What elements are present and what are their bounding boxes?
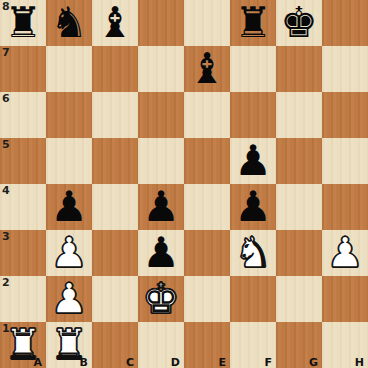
- black-king-g8[interactable]: ♚: [280, 0, 318, 46]
- square-a4[interactable]: 4: [0, 184, 46, 230]
- square-b1[interactable]: B♜: [46, 322, 92, 368]
- square-d1[interactable]: D: [138, 322, 184, 368]
- square-g5[interactable]: [276, 138, 322, 184]
- square-c1[interactable]: C: [92, 322, 138, 368]
- black-knight-b8[interactable]: ♞: [50, 0, 88, 46]
- square-e1[interactable]: E: [184, 322, 230, 368]
- square-d4[interactable]: ♟: [138, 184, 184, 230]
- square-e5[interactable]: [184, 138, 230, 184]
- square-c5[interactable]: [92, 138, 138, 184]
- square-e6[interactable]: [184, 92, 230, 138]
- square-f4[interactable]: ♟: [230, 184, 276, 230]
- square-a7[interactable]: 7: [0, 46, 46, 92]
- square-e8[interactable]: [184, 0, 230, 46]
- square-f3[interactable]: ♞: [230, 230, 276, 276]
- file-label-g: G: [309, 357, 318, 368]
- square-h3[interactable]: ♟: [322, 230, 368, 276]
- square-e2[interactable]: [184, 276, 230, 322]
- black-rook-f8[interactable]: ♜: [234, 0, 272, 46]
- square-a1[interactable]: 1A♜: [0, 322, 46, 368]
- black-pawn-f5[interactable]: ♟: [234, 138, 272, 184]
- black-pawn-b4[interactable]: ♟: [50, 184, 88, 230]
- square-g8[interactable]: ♚: [276, 0, 322, 46]
- black-bishop-e7[interactable]: ♝: [188, 46, 226, 92]
- square-a2[interactable]: 2: [0, 276, 46, 322]
- square-d8[interactable]: [138, 0, 184, 46]
- square-g7[interactable]: [276, 46, 322, 92]
- rank-label-8: 8: [2, 0, 10, 13]
- black-rook-a8[interactable]: ♜: [4, 0, 42, 46]
- square-f1[interactable]: F: [230, 322, 276, 368]
- square-d6[interactable]: [138, 92, 184, 138]
- file-label-f: F: [264, 357, 272, 368]
- rank-label-7: 7: [2, 46, 10, 59]
- rank-label-5: 5: [2, 138, 10, 151]
- rank-label-4: 4: [2, 184, 10, 197]
- square-f2[interactable]: [230, 276, 276, 322]
- square-e3[interactable]: [184, 230, 230, 276]
- square-h5[interactable]: [322, 138, 368, 184]
- file-label-a: A: [33, 357, 42, 368]
- square-h2[interactable]: [322, 276, 368, 322]
- rank-label-6: 6: [2, 92, 10, 105]
- square-c2[interactable]: [92, 276, 138, 322]
- square-f6[interactable]: [230, 92, 276, 138]
- square-d7[interactable]: [138, 46, 184, 92]
- rank-label-1: 1: [2, 322, 10, 335]
- rank-label-3: 3: [2, 230, 10, 243]
- square-b3[interactable]: ♟: [46, 230, 92, 276]
- square-h7[interactable]: [322, 46, 368, 92]
- square-a3[interactable]: 3: [0, 230, 46, 276]
- square-c3[interactable]: [92, 230, 138, 276]
- black-pawn-f4[interactable]: ♟: [234, 184, 272, 230]
- square-f8[interactable]: ♜: [230, 0, 276, 46]
- square-g6[interactable]: [276, 92, 322, 138]
- white-pawn-b3[interactable]: ♟: [50, 230, 88, 276]
- square-h6[interactable]: [322, 92, 368, 138]
- square-g2[interactable]: [276, 276, 322, 322]
- square-g4[interactable]: [276, 184, 322, 230]
- square-g3[interactable]: [276, 230, 322, 276]
- chess-board: 8♜♞♝♜♚7♝65♟4♟♟♟3♟♟♞♟2♟♚1A♜B♜CDEFGH: [0, 0, 368, 368]
- square-h1[interactable]: H: [322, 322, 368, 368]
- file-label-c: C: [126, 357, 134, 368]
- file-label-h: H: [355, 357, 364, 368]
- file-label-b: B: [80, 357, 88, 368]
- white-pawn-h3[interactable]: ♟: [326, 230, 364, 276]
- white-pawn-b2[interactable]: ♟: [50, 276, 88, 322]
- square-d5[interactable]: [138, 138, 184, 184]
- square-e4[interactable]: [184, 184, 230, 230]
- square-a5[interactable]: 5: [0, 138, 46, 184]
- square-a6[interactable]: 6: [0, 92, 46, 138]
- square-b2[interactable]: ♟: [46, 276, 92, 322]
- square-h8[interactable]: [322, 0, 368, 46]
- rank-label-2: 2: [2, 276, 10, 289]
- square-d2[interactable]: ♚: [138, 276, 184, 322]
- square-b6[interactable]: [46, 92, 92, 138]
- square-b5[interactable]: [46, 138, 92, 184]
- square-f5[interactable]: ♟: [230, 138, 276, 184]
- square-b4[interactable]: ♟: [46, 184, 92, 230]
- square-f7[interactable]: [230, 46, 276, 92]
- black-pawn-d3[interactable]: ♟: [142, 230, 180, 276]
- square-c4[interactable]: [92, 184, 138, 230]
- white-knight-f3[interactable]: ♞: [234, 230, 272, 276]
- square-b7[interactable]: [46, 46, 92, 92]
- square-c8[interactable]: ♝: [92, 0, 138, 46]
- black-pawn-d4[interactable]: ♟: [142, 184, 180, 230]
- square-e7[interactable]: ♝: [184, 46, 230, 92]
- square-d3[interactable]: ♟: [138, 230, 184, 276]
- file-label-d: D: [171, 357, 180, 368]
- white-king-d2[interactable]: ♚: [142, 276, 180, 322]
- file-label-e: E: [218, 357, 226, 368]
- square-a8[interactable]: 8♜: [0, 0, 46, 46]
- square-c6[interactable]: [92, 92, 138, 138]
- square-h4[interactable]: [322, 184, 368, 230]
- square-g1[interactable]: G: [276, 322, 322, 368]
- black-bishop-c8[interactable]: ♝: [96, 0, 134, 46]
- square-c7[interactable]: [92, 46, 138, 92]
- square-b8[interactable]: ♞: [46, 0, 92, 46]
